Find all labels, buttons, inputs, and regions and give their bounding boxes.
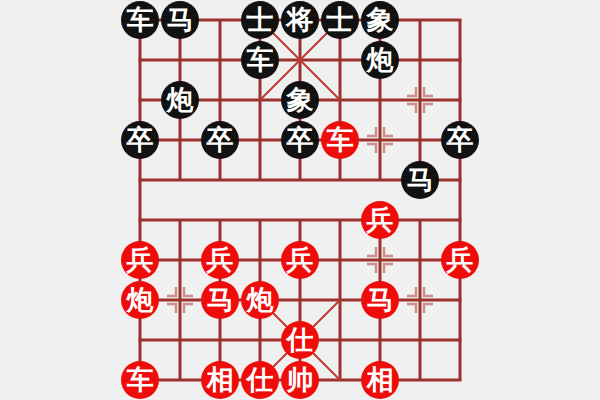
app-background: 车马士将士象车炮炮象卒卒卒车卒马兵兵兵兵兵炮马炮马仕车相仕帅相 [0, 0, 600, 400]
piece-red-elephant[interactable]: 相 [361, 361, 399, 399]
piece-black-elephant[interactable]: 象 [281, 81, 319, 119]
piece-red-advisor[interactable]: 仕 [281, 321, 319, 359]
xiangqi-board[interactable]: 车马士将士象车炮炮象卒卒卒车卒马兵兵兵兵兵炮马炮马仕车相仕帅相 [120, 0, 480, 400]
piece-black-cannon[interactable]: 炮 [161, 81, 199, 119]
piece-red-advisor[interactable]: 仕 [241, 361, 279, 399]
piece-red-chariot[interactable]: 车 [321, 121, 359, 159]
piece-black-advisor[interactable]: 士 [321, 1, 359, 39]
piece-black-soldier[interactable]: 卒 [201, 121, 239, 159]
piece-red-soldier[interactable]: 兵 [441, 241, 479, 279]
piece-red-general[interactable]: 帅 [281, 361, 319, 399]
piece-red-elephant[interactable]: 相 [201, 361, 239, 399]
piece-red-horse[interactable]: 马 [361, 281, 399, 319]
piece-red-cannon[interactable]: 炮 [241, 281, 279, 319]
piece-black-horse[interactable]: 马 [161, 1, 199, 39]
piece-black-soldier[interactable]: 卒 [441, 121, 479, 159]
piece-black-general[interactable]: 将 [281, 1, 319, 39]
piece-black-elephant[interactable]: 象 [361, 1, 399, 39]
piece-red-soldier[interactable]: 兵 [201, 241, 239, 279]
piece-red-soldier[interactable]: 兵 [121, 241, 159, 279]
piece-red-soldier[interactable]: 兵 [361, 201, 399, 239]
piece-black-cannon[interactable]: 炮 [361, 41, 399, 79]
piece-black-soldier[interactable]: 卒 [121, 121, 159, 159]
pieces-layer: 车马士将士象车炮炮象卒卒卒车卒马兵兵兵兵兵炮马炮马仕车相仕帅相 [120, 0, 480, 400]
piece-black-advisor[interactable]: 士 [241, 1, 279, 39]
piece-black-horse[interactable]: 马 [401, 161, 439, 199]
piece-red-horse[interactable]: 马 [201, 281, 239, 319]
piece-black-chariot[interactable]: 车 [121, 1, 159, 39]
piece-red-cannon[interactable]: 炮 [121, 281, 159, 319]
piece-black-soldier[interactable]: 卒 [281, 121, 319, 159]
piece-red-soldier[interactable]: 兵 [281, 241, 319, 279]
piece-black-chariot[interactable]: 车 [241, 41, 279, 79]
piece-red-chariot[interactable]: 车 [121, 361, 159, 399]
